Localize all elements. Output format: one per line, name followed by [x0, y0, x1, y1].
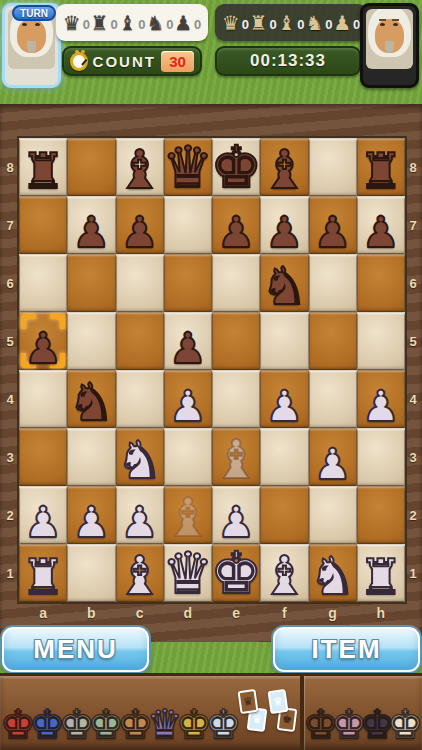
black-pawn-a5[interactable]: ♟: [24, 327, 63, 370]
piece-cell-e1: ♚: [212, 544, 260, 602]
piece-cell-a1: ♜: [19, 544, 67, 602]
rank-label-4: 4: [3, 370, 17, 428]
menu-button-label: MENU: [33, 634, 118, 665]
square-b6[interactable]: [67, 254, 115, 312]
black-pawn-h7[interactable]: ♟: [362, 211, 401, 254]
player-right-avatar[interactable]: [360, 3, 419, 88]
piece-cell-c1: ♝: [116, 544, 164, 602]
square-g8[interactable]: [309, 138, 357, 196]
white-bishop-f1[interactable]: ♝: [261, 549, 309, 602]
item-button[interactable]: ITEM: [273, 627, 420, 672]
square-g5[interactable]: [309, 312, 357, 370]
square-e4[interactable]: [212, 370, 260, 428]
queen-icon: ♛: [63, 13, 81, 33]
black-knight-b4[interactable]: ♞: [68, 376, 115, 428]
left-captured-pawn: ♟0: [174, 13, 201, 33]
piece-cell-f8: ♝: [260, 138, 308, 196]
black-pawn-b7[interactable]: ♟: [72, 211, 111, 254]
white-knight-g1[interactable]: ♞: [309, 550, 356, 602]
ghost-white-bishop-e3: ♝: [212, 433, 260, 486]
clock-bell: [75, 50, 79, 53]
item-cards-2[interactable]: ♛♚: [269, 682, 296, 744]
white-rook-h1[interactable]: ♜: [359, 553, 403, 602]
rank-label-5: 5: [3, 312, 17, 370]
rank-label-2: 2: [406, 486, 420, 544]
piece-cell-h8: ♜: [357, 138, 405, 196]
skin-matryoshka-queen[interactable]: ♛: [151, 682, 178, 744]
black-rook-h8[interactable]: ♜: [359, 147, 403, 196]
bishop-icon: ♝: [118, 13, 136, 33]
skin-king-ivory-icon: ♚: [387, 704, 422, 744]
eye: [380, 23, 385, 26]
clock-hand: [81, 58, 87, 65]
left-captured-rook: ♜0: [91, 13, 118, 33]
clock-icon: [70, 52, 88, 71]
file-label-c: c: [116, 605, 164, 627]
piece-cell-f6: ♞: [260, 254, 308, 312]
count-value: 30: [169, 53, 186, 70]
left-captured-bishop: ♝0: [118, 13, 145, 33]
right-captured-rook: ♜0: [250, 13, 277, 33]
skin-king-ivory[interactable]: ♚: [392, 682, 419, 744]
rank-label-7: 7: [3, 196, 17, 254]
rank-label-8: 8: [3, 138, 17, 196]
square-g4[interactable]: [309, 370, 357, 428]
file-label-d: d: [164, 605, 212, 627]
piece-cell-h1: ♜: [357, 544, 405, 602]
white-rook-a1[interactable]: ♜: [21, 553, 65, 602]
rank-label-6: 6: [406, 254, 420, 312]
left-captured-queen: ♛0: [63, 13, 90, 33]
white-queen-d1[interactable]: ♛: [162, 545, 213, 602]
square-g6[interactable]: [309, 254, 357, 312]
square-d6[interactable]: [164, 254, 212, 312]
eye: [393, 23, 398, 26]
captured-white-pieces-tray: ♛0♜0♝0♞0♟0: [215, 4, 367, 41]
item-cards-1[interactable]: ♛♛: [239, 682, 266, 744]
white-pawn-g3[interactable]: ♟: [313, 443, 352, 486]
count-value-box: 30: [161, 51, 194, 72]
rank-label-7: 7: [406, 196, 420, 254]
black-queen-d8[interactable]: ♛: [162, 139, 213, 196]
goatee: [385, 41, 394, 53]
knight-icon: ♞: [146, 13, 164, 33]
rook-icon: ♜: [250, 13, 268, 33]
black-pawn-f7[interactable]: ♟: [265, 211, 304, 254]
turn-badge: TURN: [12, 5, 56, 21]
rank-label-6: 6: [3, 254, 17, 312]
rook-icon: ♜: [91, 13, 109, 33]
white-knight-c3[interactable]: ♞: [116, 434, 163, 486]
square-b8[interactable]: [67, 138, 115, 196]
skin-king-crystal[interactable]: ♚: [210, 682, 237, 744]
square-h5[interactable]: [357, 312, 405, 370]
white-pawn-c2[interactable]: ♟: [120, 501, 159, 544]
skin-king-crystal-icon: ♚: [205, 704, 241, 744]
file-labels: abcdefgh: [19, 605, 405, 627]
rank-label-1: 1: [3, 544, 17, 602]
white-pawn-f4[interactable]: ♟: [265, 385, 304, 428]
player-left-avatar[interactable]: TURN: [2, 3, 61, 88]
black-rook-a8[interactable]: ♜: [21, 147, 65, 196]
brow: [379, 19, 386, 21]
square-e5[interactable]: [212, 312, 260, 370]
white-bishop-c1[interactable]: ♝: [116, 549, 164, 602]
right-captured-bishop: ♝0: [277, 13, 304, 33]
square-b3[interactable]: [67, 428, 115, 486]
bishop-icon: ♝: [277, 13, 295, 33]
black-pawn-g7[interactable]: ♟: [313, 211, 352, 254]
pawn-icon: ♟: [174, 13, 192, 33]
card-queen-icon: ♛: [267, 689, 288, 714]
queen-icon: ♛: [222, 13, 240, 33]
piece-cell-d1: ♛: [164, 544, 212, 602]
item-button-label: ITEM: [311, 634, 381, 665]
square-f5[interactable]: [260, 312, 308, 370]
game-screen: TURN ♛0♜0♝0♞0♟0 ♛0♜0♝0♞0♟0 COUNT 30 00:1…: [0, 0, 422, 750]
square-e6[interactable]: [212, 254, 260, 312]
right-captured-knight-count: 0: [325, 17, 332, 33]
square-d3[interactable]: [164, 428, 212, 486]
piece-cell-b4: ♞: [67, 370, 115, 428]
clock-bell: [81, 50, 85, 53]
skin-cat-doll-red[interactable]: ♚: [63, 682, 90, 744]
piece-cell-f1: ♝: [260, 544, 308, 602]
square-h3[interactable]: [357, 428, 405, 486]
left-captured-bishop-count: 0: [138, 17, 145, 33]
rank-label-3: 3: [406, 428, 420, 486]
menu-button[interactable]: MENU: [2, 627, 149, 672]
eye: [22, 23, 27, 26]
file-label-a: a: [19, 605, 67, 627]
square-d7[interactable]: [164, 196, 212, 254]
item-skin-tray: ♚♚♚♚♚♛♚♚♛♛♛♚ ♚♚♚♚: [0, 673, 422, 750]
left-captured-knight-count: 0: [166, 17, 173, 33]
black-pawn-e7[interactable]: ♟: [217, 211, 256, 254]
knight-icon: ♞: [305, 13, 323, 33]
right-captured-queen-count: 0: [242, 17, 249, 33]
file-label-g: g: [309, 605, 357, 627]
left-captured-rook-count: 0: [110, 17, 117, 33]
card-queen-icon: ♛: [238, 689, 259, 714]
piece-cell-e8: ♚: [212, 138, 260, 196]
file-label-b: b: [67, 605, 115, 627]
skin-king-doll-red[interactable]: ♚: [4, 682, 31, 744]
white-pawn-h4[interactable]: ♟: [362, 385, 401, 428]
left-captured-queen-count: 0: [83, 17, 90, 33]
white-pawn-b2[interactable]: ♟: [72, 501, 111, 544]
rank-labels-right: 87654321: [406, 138, 420, 602]
ghost-white-bishop-d2: ♝: [164, 491, 212, 544]
count-label: COUNT: [93, 53, 156, 70]
rank-label-4: 4: [406, 370, 420, 428]
black-king-e8[interactable]: ♚: [210, 138, 262, 196]
skin-matryoshka-king[interactable]: ♚: [122, 682, 149, 744]
board-frame: 87654321 87654321 ♜♝♛♚♝♜♟♟♟♟♟♟♞♟♟♞♟♟♟♞♟♟…: [0, 104, 422, 642]
rank-label-1: 1: [406, 544, 420, 602]
piece-cell-d2: ♝: [164, 486, 212, 544]
right-captured-bishop-count: 0: [297, 17, 304, 33]
item-tray-left-section: ♚♚♚♚♚♛♚♚♛♛♛♚: [0, 676, 300, 750]
black-pawn-c7[interactable]: ♟: [120, 211, 159, 254]
rank-label-3: 3: [3, 428, 17, 486]
piece-cell-a8: ♜: [19, 138, 67, 196]
skin-cat-doll-green[interactable]: ♚: [92, 682, 119, 744]
right-captured-rook-count: 0: [269, 17, 276, 33]
square-a6[interactable]: [19, 254, 67, 312]
square-b5[interactable]: [67, 312, 115, 370]
black-bishop-f8[interactable]: ♝: [261, 143, 309, 196]
white-pawn-a2[interactable]: ♟: [24, 501, 63, 544]
piece-cell-c8: ♝: [116, 138, 164, 196]
file-label-f: f: [260, 605, 308, 627]
skin-king-doll-blue[interactable]: ♚: [34, 682, 61, 744]
board: ♜♝♛♚♝♜♟♟♟♟♟♟♞♟♟♞♟♟♟♞♟♟♟♟♟♜♝♛♚♝♞♜♝♝: [19, 138, 405, 602]
left-captured-pawn-count: 0: [194, 17, 201, 33]
square-b1[interactable]: [67, 544, 115, 602]
piece-cell-g1: ♞: [309, 544, 357, 602]
square-a3[interactable]: [19, 428, 67, 486]
brow: [392, 19, 399, 21]
rank-label-2: 2: [3, 486, 17, 544]
square-c6[interactable]: [116, 254, 164, 312]
square-h6[interactable]: [357, 254, 405, 312]
piece-cell-c3: ♞: [116, 428, 164, 486]
move-count-panel: COUNT 30: [62, 46, 202, 76]
square-a4[interactable]: [19, 370, 67, 428]
piece-cell-d8: ♛: [164, 138, 212, 196]
right-captured-queen: ♛0: [222, 13, 249, 33]
white-king-e1[interactable]: ♚: [210, 544, 262, 602]
rank-label-5: 5: [406, 312, 420, 370]
eye: [35, 23, 40, 26]
black-knight-f6[interactable]: ♞: [261, 260, 308, 312]
square-g2[interactable]: [309, 486, 357, 544]
piece-cell-e3: ♝: [212, 428, 260, 486]
square-h2[interactable]: [357, 486, 405, 544]
rank-label-8: 8: [406, 138, 420, 196]
left-captured-knight: ♞0: [146, 13, 173, 33]
white-pawn-d4[interactable]: ♟: [169, 385, 208, 428]
square-c4[interactable]: [116, 370, 164, 428]
pawn-icon: ♟: [333, 13, 351, 33]
game-timer: 00:13:33: [250, 51, 326, 71]
black-pawn-d5[interactable]: ♟: [169, 327, 208, 370]
captured-black-pieces-tray: ♛0♜0♝0♞0♟0: [56, 4, 208, 41]
white-pawn-e2[interactable]: ♟: [217, 501, 256, 544]
black-bishop-c8[interactable]: ♝: [116, 143, 164, 196]
square-a7[interactable]: [19, 196, 67, 254]
player-right-portrait: [366, 9, 413, 69]
right-captured-pawn: ♟0: [333, 13, 360, 33]
square-f2[interactable]: [260, 486, 308, 544]
square-c5[interactable]: [116, 312, 164, 370]
right-captured-knight: ♞0: [305, 13, 332, 33]
file-label-e: e: [212, 605, 260, 627]
rank-labels-left: 87654321: [3, 138, 17, 602]
square-f3[interactable]: [260, 428, 308, 486]
goatee: [27, 41, 36, 53]
game-timer-panel: 00:13:33: [215, 46, 361, 76]
skin-king-gold[interactable]: ♚: [181, 682, 208, 744]
item-tray-right-section: ♚♚♚♚: [304, 676, 422, 750]
file-label-h: h: [357, 605, 405, 627]
